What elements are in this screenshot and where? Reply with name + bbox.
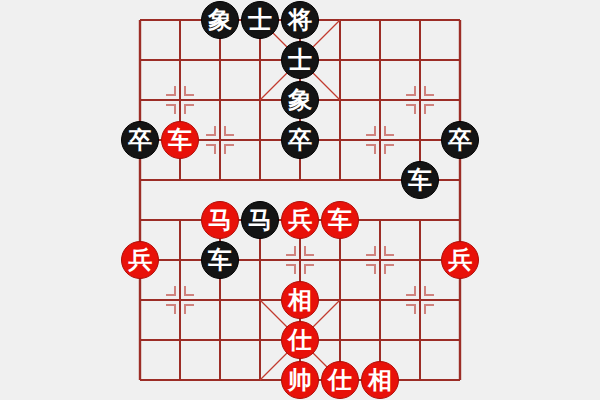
piece-black-soldier[interactable]: 卒 xyxy=(441,121,479,159)
piece-red-soldier[interactable]: 兵 xyxy=(121,241,159,279)
piece-red-general[interactable]: 帅 xyxy=(281,361,319,399)
piece-black-horse[interactable]: 马 xyxy=(241,201,279,239)
piece-black-elephant[interactable]: 象 xyxy=(201,1,239,39)
piece-black-soldier[interactable]: 卒 xyxy=(281,121,319,159)
piece-red-soldier[interactable]: 兵 xyxy=(441,241,479,279)
piece-red-elephant[interactable]: 相 xyxy=(361,361,399,399)
piece-black-chariot[interactable]: 车 xyxy=(401,161,439,199)
piece-red-chariot[interactable]: 车 xyxy=(321,201,359,239)
piece-black-elephant[interactable]: 象 xyxy=(281,81,319,119)
piece-red-chariot[interactable]: 车 xyxy=(161,121,199,159)
piece-black-general[interactable]: 将 xyxy=(281,1,319,39)
piece-black-advisor[interactable]: 士 xyxy=(241,1,279,39)
piece-red-soldier[interactable]: 兵 xyxy=(281,201,319,239)
piece-red-horse[interactable]: 马 xyxy=(201,201,239,239)
piece-black-advisor[interactable]: 士 xyxy=(281,41,319,79)
piece-red-advisor[interactable]: 仕 xyxy=(281,321,319,359)
piece-red-elephant[interactable]: 相 xyxy=(281,281,319,319)
xiangqi-board[interactable]: 象士将士象卒车卒卒车马马兵车兵车兵相仕帅仕相 xyxy=(0,0,600,400)
piece-red-advisor[interactable]: 仕 xyxy=(321,361,359,399)
piece-black-chariot[interactable]: 车 xyxy=(201,241,239,279)
piece-black-soldier[interactable]: 卒 xyxy=(121,121,159,159)
pieces-layer: 象士将士象卒车卒卒车马马兵车兵车兵相仕帅仕相 xyxy=(120,0,480,400)
